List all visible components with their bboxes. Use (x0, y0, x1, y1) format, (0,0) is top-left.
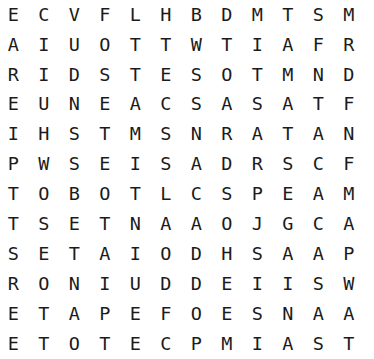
grid-cell-r2c12[interactable]: R (334, 30, 365, 60)
grid-cell-r4c11[interactable]: T (303, 90, 334, 120)
grid-cell-r8c1[interactable]: T (0, 209, 29, 239)
grid-cell-r10c11[interactable]: S (303, 269, 334, 299)
grid-cell-r5c1[interactable]: I (0, 120, 29, 150)
grid-cell-r6c2[interactable]: W (29, 150, 60, 180)
grid-cell-r10c1[interactable]: R (0, 269, 29, 299)
grid-cell-r1c2[interactable]: C (29, 0, 60, 30)
grid-cell-r3c11[interactable]: N (303, 60, 334, 90)
grid-cell-r1c4[interactable]: F (90, 0, 121, 30)
grid-cell-r10c2[interactable]: O (29, 269, 60, 299)
grid-cell-r12c9[interactable]: I (242, 329, 273, 359)
grid-cell-r8c2[interactable]: S (29, 209, 60, 239)
grid-cell-r12c10[interactable]: A (273, 329, 304, 359)
grid-cell-r6c8[interactable]: D (212, 150, 243, 180)
grid-cell-r6c6[interactable]: S (151, 150, 182, 180)
grid-cell-r9c9[interactable]: S (242, 239, 273, 269)
grid-cell-r10c10[interactable]: I (273, 269, 304, 299)
grid-cell-r2c7[interactable]: W (181, 30, 212, 60)
grid-cell-r4c12[interactable]: F (334, 90, 365, 120)
grid-cell-r9c1[interactable]: S (0, 239, 29, 269)
grid-cell-r6c1[interactable]: P (0, 150, 29, 180)
grid-cell-r9c10[interactable]: A (273, 239, 304, 269)
grid-cell-r9c4[interactable]: A (90, 239, 121, 269)
letter-grid: ECVFLHBDMTSMAIUOTTWTIAFRRIDSTESOTMNDEUNE… (0, 0, 364, 359)
grid-cell-r4c3[interactable]: N (59, 90, 90, 120)
grid-cell-r11c7[interactable]: O (181, 299, 212, 329)
grid-cell-r9c7[interactable]: D (181, 239, 212, 269)
grid-cell-r6c7[interactable]: A (181, 150, 212, 180)
grid-cell-r1c6[interactable]: H (151, 0, 182, 30)
grid-cell-r1c9[interactable]: M (242, 0, 273, 30)
grid-cell-r10c7[interactable]: D (181, 269, 212, 299)
grid-cell-r8c3[interactable]: E (59, 209, 90, 239)
grid-cell-r3c10[interactable]: M (273, 60, 304, 90)
grid-cell-r12c3[interactable]: O (59, 329, 90, 359)
grid-cell-r5c12[interactable]: N (334, 120, 365, 150)
grid-cell-r7c4[interactable]: O (90, 179, 121, 209)
grid-cell-r5c7[interactable]: N (181, 120, 212, 150)
grid-cell-r5c2[interactable]: H (29, 120, 60, 150)
grid-cell-r10c8[interactable]: E (212, 269, 243, 299)
grid-cell-r1c11[interactable]: S (303, 0, 334, 30)
grid-cell-r5c8[interactable]: R (212, 120, 243, 150)
grid-cell-r6c9[interactable]: R (242, 150, 273, 180)
grid-cell-r3c4[interactable]: S (90, 60, 121, 90)
grid-cell-r10c5[interactable]: U (120, 269, 151, 299)
grid-cell-r9c3[interactable]: T (59, 239, 90, 269)
grid-cell-r10c12[interactable]: W (334, 269, 365, 299)
grid-cell-r10c4[interactable]: I (90, 269, 121, 299)
grid-cell-r2c3[interactable]: U (59, 30, 90, 60)
grid-cell-r12c2[interactable]: T (29, 329, 60, 359)
grid-cell-r2c1[interactable]: A (0, 30, 29, 60)
grid-cell-r2c9[interactable]: I (242, 30, 273, 60)
grid-cell-r2c4[interactable]: O (90, 30, 121, 60)
grid-cell-r5c11[interactable]: A (303, 120, 334, 150)
grid-cell-r4c9[interactable]: S (242, 90, 273, 120)
grid-cell-r3c2[interactable]: I (29, 60, 60, 90)
grid-cell-r6c4[interactable]: E (90, 150, 121, 180)
grid-cell-r8c11[interactable]: C (303, 209, 334, 239)
grid-cell-r8c4[interactable]: T (90, 209, 121, 239)
grid-cell-r5c5[interactable]: M (120, 120, 151, 150)
grid-cell-r11c4[interactable]: P (90, 299, 121, 329)
grid-cell-r11c1[interactable]: E (0, 299, 29, 329)
grid-cell-r10c9[interactable]: I (242, 269, 273, 299)
grid-cell-r12c1[interactable]: E (0, 329, 29, 359)
grid-cell-r1c3[interactable]: V (59, 0, 90, 30)
grid-cell-r4c10[interactable]: A (273, 90, 304, 120)
grid-cell-r3c1[interactable]: R (0, 60, 29, 90)
grid-cell-r12c5[interactable]: E (120, 329, 151, 359)
grid-cell-r3c12[interactable]: D (334, 60, 365, 90)
grid-cell-r7c2[interactable]: O (29, 179, 60, 209)
grid-cell-r3c8[interactable]: O (212, 60, 243, 90)
grid-cell-r1c7[interactable]: B (181, 0, 212, 30)
grid-cell-r10c3[interactable]: N (59, 269, 90, 299)
grid-cell-r1c10[interactable]: T (273, 0, 304, 30)
grid-cell-r3c7[interactable]: S (181, 60, 212, 90)
grid-cell-r11c10[interactable]: N (273, 299, 304, 329)
grid-cell-r1c1[interactable]: E (0, 0, 29, 30)
grid-cell-r9c2[interactable]: E (29, 239, 60, 269)
grid-cell-r2c5[interactable]: T (120, 30, 151, 60)
grid-cell-r7c11[interactable]: A (303, 179, 334, 209)
grid-cell-r6c5[interactable]: I (120, 150, 151, 180)
grid-cell-r7c9[interactable]: P (242, 179, 273, 209)
grid-cell-r9c8[interactable]: H (212, 239, 243, 269)
grid-cell-r2c8[interactable]: T (212, 30, 243, 60)
grid-cell-r8c7[interactable]: A (181, 209, 212, 239)
grid-cell-r4c7[interactable]: S (181, 90, 212, 120)
grid-cell-r3c6[interactable]: E (151, 60, 182, 90)
grid-cell-r8c5[interactable]: N (120, 209, 151, 239)
grid-cell-r12c4[interactable]: T (90, 329, 121, 359)
grid-cell-r7c8[interactable]: S (212, 179, 243, 209)
grid-cell-r1c5[interactable]: L (120, 0, 151, 30)
grid-cell-r11c8[interactable]: E (212, 299, 243, 329)
grid-cell-r8c9[interactable]: J (242, 209, 273, 239)
grid-cell-r5c10[interactable]: T (273, 120, 304, 150)
word-search-board: ECVFLHBDMTSMAIUOTTWTIAFRRIDSTESOTMNDEUNE… (0, 0, 374, 359)
grid-cell-r8c12[interactable]: A (334, 209, 365, 239)
grid-cell-r4c2[interactable]: U (29, 90, 60, 120)
grid-cell-r4c8[interactable]: A (212, 90, 243, 120)
grid-cell-r4c4[interactable]: E (90, 90, 121, 120)
grid-cell-r3c9[interactable]: T (242, 60, 273, 90)
grid-cell-r4c6[interactable]: C (151, 90, 182, 120)
grid-cell-r8c6[interactable]: A (151, 209, 182, 239)
grid-cell-r12c6[interactable]: C (151, 329, 182, 359)
grid-cell-r9c6[interactable]: O (151, 239, 182, 269)
grid-cell-r7c1[interactable]: T (0, 179, 29, 209)
grid-cell-r4c5[interactable]: A (120, 90, 151, 120)
grid-cell-r6c12[interactable]: F (334, 150, 365, 180)
grid-cell-r11c3[interactable]: A (59, 299, 90, 329)
grid-cell-r7c10[interactable]: E (273, 179, 304, 209)
grid-cell-r7c5[interactable]: T (120, 179, 151, 209)
grid-cell-r6c11[interactable]: C (303, 150, 334, 180)
grid-cell-r6c3[interactable]: S (59, 150, 90, 180)
grid-cell-r3c3[interactable]: D (59, 60, 90, 90)
grid-cell-r6c10[interactable]: S (273, 150, 304, 180)
grid-cell-r11c9[interactable]: S (242, 299, 273, 329)
grid-cell-r7c7[interactable]: C (181, 179, 212, 209)
grid-cell-r11c11[interactable]: A (303, 299, 334, 329)
grid-cell-r1c8[interactable]: D (212, 0, 243, 30)
grid-cell-r5c4[interactable]: T (90, 120, 121, 150)
grid-cell-r5c6[interactable]: S (151, 120, 182, 150)
grid-cell-r3c5[interactable]: T (120, 60, 151, 90)
grid-cell-r5c9[interactable]: A (242, 120, 273, 150)
grid-cell-r11c2[interactable]: T (29, 299, 60, 329)
grid-cell-r12c7[interactable]: P (181, 329, 212, 359)
grid-cell-r12c8[interactable]: M (212, 329, 243, 359)
grid-cell-r11c5[interactable]: E (120, 299, 151, 329)
grid-cell-r4c1[interactable]: E (0, 90, 29, 120)
grid-cell-r8c8[interactable]: O (212, 209, 243, 239)
grid-cell-r7c3[interactable]: B (59, 179, 90, 209)
grid-cell-r12c12[interactable]: T (334, 329, 365, 359)
grid-cell-r2c2[interactable]: I (29, 30, 60, 60)
grid-cell-r9c12[interactable]: P (334, 239, 365, 269)
grid-cell-r11c12[interactable]: A (334, 299, 365, 329)
grid-cell-r1c12[interactable]: M (334, 0, 365, 30)
grid-cell-r5c3[interactable]: S (59, 120, 90, 150)
grid-cell-r2c11[interactable]: F (303, 30, 334, 60)
grid-cell-r7c12[interactable]: M (334, 179, 365, 209)
grid-cell-r11c6[interactable]: F (151, 299, 182, 329)
grid-cell-r7c6[interactable]: L (151, 179, 182, 209)
grid-cell-r9c5[interactable]: I (120, 239, 151, 269)
grid-cell-r10c6[interactable]: D (151, 269, 182, 299)
grid-cell-r8c10[interactable]: G (273, 209, 304, 239)
grid-cell-r2c10[interactable]: A (273, 30, 304, 60)
grid-cell-r9c11[interactable]: A (303, 239, 334, 269)
grid-cell-r12c11[interactable]: S (303, 329, 334, 359)
grid-cell-r2c6[interactable]: T (151, 30, 182, 60)
